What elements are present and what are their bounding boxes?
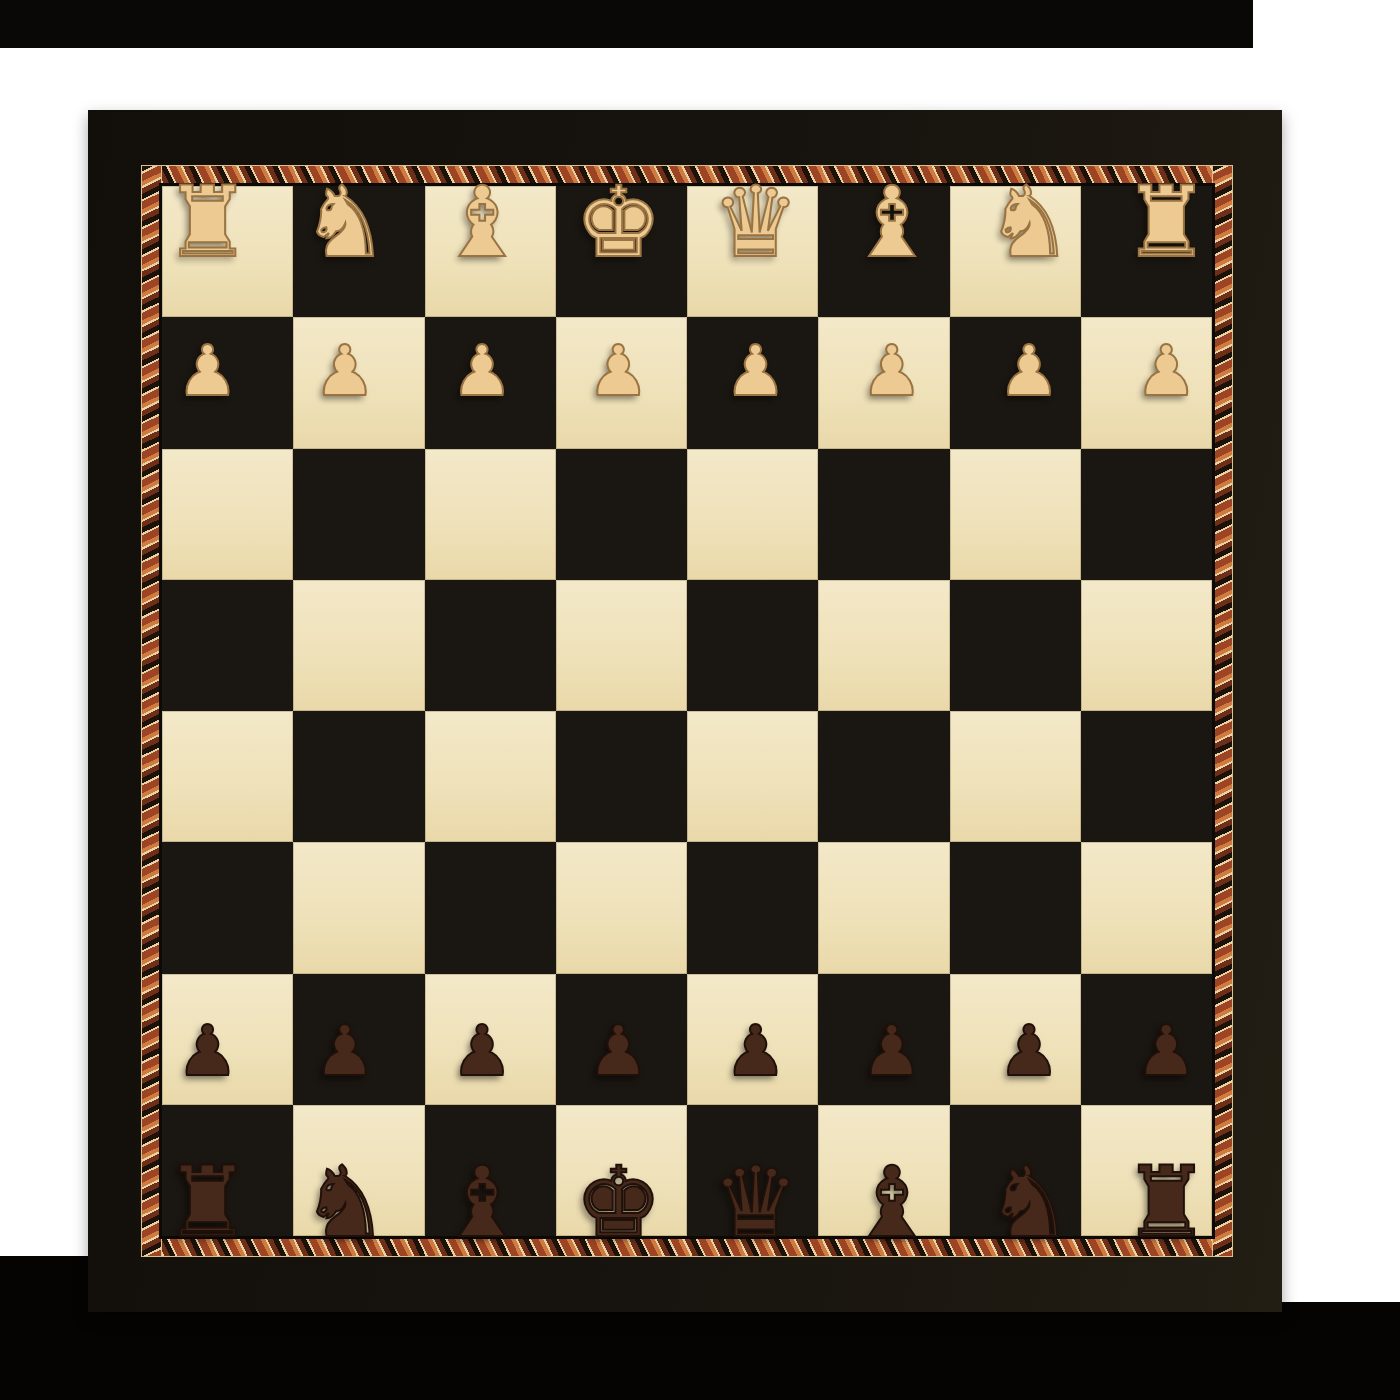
square[interactable]: ♜	[1081, 1105, 1212, 1236]
mosaic-trim-right	[1212, 165, 1233, 1257]
piece-wP[interactable]: ♟	[176, 336, 239, 406]
square[interactable]: ♝	[425, 1105, 556, 1236]
piece-bR[interactable]: ♜	[1122, 1153, 1210, 1251]
square[interactable]: ♞	[293, 1105, 424, 1236]
piece-bR[interactable]: ♜	[164, 1153, 252, 1251]
square[interactable]: ♚	[556, 1105, 687, 1236]
piece-wP[interactable]: ♟	[587, 336, 650, 406]
square[interactable]: ♟	[950, 974, 1081, 1105]
square[interactable]	[1081, 449, 1212, 580]
square[interactable]: ♟	[687, 317, 818, 448]
square[interactable]: ♟	[818, 974, 949, 1105]
square[interactable]: ♛	[687, 186, 818, 317]
square[interactable]: ♝	[425, 186, 556, 317]
piece-wB[interactable]: ♝	[848, 173, 936, 271]
piece-bN[interactable]: ♞	[301, 1153, 389, 1251]
photo-background: ♜♞♝♚♛♝♞♜♟♟♟♟♟♟♟♟♟♟♟♟♟♟♟♟♜♞♝♚♛♝♞♜	[0, 0, 1400, 1400]
square[interactable]: ♞	[950, 1105, 1081, 1236]
square[interactable]: ♞	[950, 186, 1081, 317]
piece-bP[interactable]: ♟	[587, 1016, 650, 1086]
piece-wN[interactable]: ♞	[985, 173, 1073, 271]
square[interactable]: ♟	[1081, 317, 1212, 448]
photo-corner-notch	[0, 1256, 92, 1306]
square[interactable]	[293, 711, 424, 842]
square[interactable]	[1081, 711, 1212, 842]
piece-bP[interactable]: ♟	[860, 1016, 923, 1086]
square[interactable]	[687, 580, 818, 711]
square[interactable]	[425, 711, 556, 842]
square[interactable]	[293, 449, 424, 580]
piece-bQ[interactable]: ♛	[712, 1153, 800, 1251]
square[interactable]	[818, 580, 949, 711]
piece-wQ[interactable]: ♛	[712, 173, 800, 271]
square[interactable]	[1081, 842, 1212, 973]
square[interactable]	[818, 842, 949, 973]
piece-bB[interactable]: ♝	[848, 1153, 936, 1251]
piece-wP[interactable]: ♟	[724, 336, 787, 406]
square[interactable]	[556, 711, 687, 842]
piece-wB[interactable]: ♝	[438, 173, 526, 271]
square[interactable]: ♞	[293, 186, 424, 317]
piece-bP[interactable]: ♟	[451, 1016, 514, 1086]
square[interactable]	[162, 711, 293, 842]
square[interactable]: ♛	[687, 1105, 818, 1236]
piece-wP[interactable]: ♟	[860, 336, 923, 406]
square[interactable]: ♝	[818, 186, 949, 317]
piece-wP[interactable]: ♟	[998, 336, 1061, 406]
square[interactable]	[293, 580, 424, 711]
square[interactable]	[687, 842, 818, 973]
photo-top-edge	[0, 0, 1253, 48]
square[interactable]	[293, 842, 424, 973]
square[interactable]	[818, 449, 949, 580]
square[interactable]: ♜	[162, 186, 293, 317]
square[interactable]	[425, 449, 556, 580]
piece-bP[interactable]: ♟	[724, 1016, 787, 1086]
square[interactable]	[687, 449, 818, 580]
piece-bN[interactable]: ♞	[985, 1153, 1073, 1251]
square[interactable]	[950, 449, 1081, 580]
square[interactable]: ♟	[950, 317, 1081, 448]
piece-wN[interactable]: ♞	[301, 173, 389, 271]
piece-bP[interactable]: ♟	[313, 1016, 376, 1086]
piece-wR[interactable]: ♜	[1122, 173, 1210, 271]
piece-bK[interactable]: ♚	[574, 1153, 662, 1251]
piece-bB[interactable]: ♝	[438, 1153, 526, 1251]
square[interactable]	[162, 580, 293, 711]
square[interactable]	[687, 711, 818, 842]
square[interactable]	[425, 842, 556, 973]
square[interactable]: ♝	[818, 1105, 949, 1236]
square[interactable]: ♟	[293, 317, 424, 448]
square[interactable]: ♟	[425, 317, 556, 448]
square[interactable]	[950, 711, 1081, 842]
piece-bP[interactable]: ♟	[1135, 1016, 1198, 1086]
square[interactable]	[425, 580, 556, 711]
square[interactable]	[950, 842, 1081, 973]
square[interactable]	[556, 449, 687, 580]
piece-wK[interactable]: ♚	[574, 173, 662, 271]
board-squares: ♜♞♝♚♛♝♞♜♟♟♟♟♟♟♟♟♟♟♟♟♟♟♟♟♜♞♝♚♛♝♞♜	[162, 186, 1212, 1236]
piece-wP[interactable]: ♟	[313, 336, 376, 406]
chess-board: ♜♞♝♚♛♝♞♜♟♟♟♟♟♟♟♟♟♟♟♟♟♟♟♟♜♞♝♚♛♝♞♜	[88, 110, 1282, 1312]
square[interactable]: ♜	[162, 1105, 293, 1236]
square[interactable]	[556, 580, 687, 711]
piece-wR[interactable]: ♜	[164, 173, 252, 271]
square[interactable]	[162, 449, 293, 580]
square[interactable]	[950, 580, 1081, 711]
square[interactable]	[162, 842, 293, 973]
photo-bottom-edge	[0, 1302, 1400, 1400]
board-inner: ♜♞♝♚♛♝♞♜♟♟♟♟♟♟♟♟♟♟♟♟♟♟♟♟♜♞♝♚♛♝♞♜	[141, 165, 1233, 1257]
square[interactable]: ♟	[162, 317, 293, 448]
piece-wP[interactable]: ♟	[451, 336, 514, 406]
piece-wP[interactable]: ♟	[1135, 336, 1198, 406]
square[interactable]	[1081, 580, 1212, 711]
square[interactable]: ♚	[556, 186, 687, 317]
square[interactable]: ♟	[1081, 974, 1212, 1105]
piece-bP[interactable]: ♟	[998, 1016, 1061, 1086]
square[interactable]: ♟	[162, 974, 293, 1105]
square[interactable]	[818, 711, 949, 842]
square[interactable]: ♟	[425, 974, 556, 1105]
square[interactable]: ♟	[293, 974, 424, 1105]
square[interactable]: ♟	[818, 317, 949, 448]
square[interactable]: ♟	[556, 974, 687, 1105]
piece-bP[interactable]: ♟	[176, 1016, 239, 1086]
mosaic-trim-left	[141, 165, 162, 1257]
square[interactable]	[556, 842, 687, 973]
square[interactable]: ♟	[687, 974, 818, 1105]
square[interactable]: ♟	[556, 317, 687, 448]
square[interactable]: ♜	[1081, 186, 1212, 317]
